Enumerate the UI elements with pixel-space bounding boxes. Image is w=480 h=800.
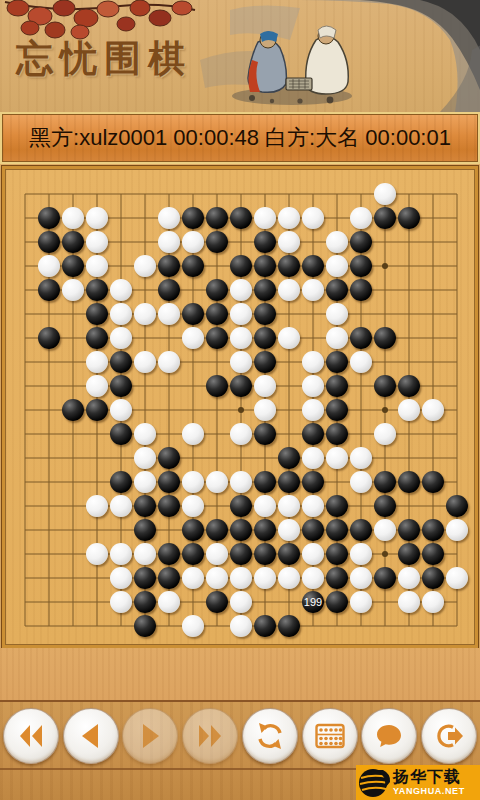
white-stone xyxy=(134,471,156,493)
black-stone xyxy=(254,351,276,373)
white-stone xyxy=(302,447,324,469)
white-stone xyxy=(446,567,468,589)
black-stone xyxy=(374,327,396,349)
white-stone xyxy=(110,279,132,301)
black-stone xyxy=(62,231,84,253)
white-stone xyxy=(422,399,444,421)
black-stone xyxy=(422,567,444,589)
black-stone xyxy=(326,567,348,589)
white-stone xyxy=(302,543,324,565)
white-stone xyxy=(182,471,204,493)
black-stone xyxy=(422,471,444,493)
white-stone xyxy=(86,231,108,253)
app-title: 忘忧围棋 xyxy=(16,34,192,84)
black-stone xyxy=(398,207,420,229)
white-stone xyxy=(302,207,324,229)
white-stone xyxy=(86,543,108,565)
white-stone xyxy=(110,399,132,421)
black-stone xyxy=(206,519,228,541)
black-stone xyxy=(134,567,156,589)
white-stone xyxy=(278,567,300,589)
white-stone xyxy=(350,591,372,613)
black-stone xyxy=(158,279,180,301)
white-stone xyxy=(278,519,300,541)
white-stone xyxy=(278,207,300,229)
white-stone xyxy=(230,423,252,445)
header-banner: 忘忧围棋 xyxy=(0,0,480,112)
white-stone xyxy=(350,471,372,493)
white-stone xyxy=(230,279,252,301)
black-stone xyxy=(278,471,300,493)
black-stone xyxy=(206,303,228,325)
lower-wood-strip xyxy=(0,648,480,700)
white-stone xyxy=(302,375,324,397)
white-stone xyxy=(134,303,156,325)
white-stone xyxy=(206,567,228,589)
white-stone xyxy=(254,495,276,517)
exit-button[interactable] xyxy=(421,708,477,764)
white-stone xyxy=(374,183,396,205)
black-stone xyxy=(446,495,468,517)
white-stone xyxy=(278,231,300,253)
left-triangle-icon xyxy=(76,721,106,751)
black-stone xyxy=(38,279,60,301)
white-stone xyxy=(62,279,84,301)
black-stone xyxy=(278,255,300,277)
white-stone xyxy=(230,567,252,589)
black-stone xyxy=(86,279,108,301)
black-stone xyxy=(350,231,372,253)
white-stone xyxy=(86,351,108,373)
black-stone xyxy=(158,447,180,469)
white-stone xyxy=(158,207,180,229)
black-stone xyxy=(374,567,396,589)
black-stone xyxy=(326,519,348,541)
black-stone xyxy=(302,423,324,445)
white-stone xyxy=(326,447,348,469)
black-stone xyxy=(62,399,84,421)
white-stone xyxy=(134,543,156,565)
forward-to-end-button xyxy=(182,708,238,764)
black-stone xyxy=(134,615,156,637)
black-stone xyxy=(38,327,60,349)
white-stone xyxy=(302,567,324,589)
white-stone xyxy=(326,255,348,277)
black-stone xyxy=(374,471,396,493)
speech-bubble-icon xyxy=(374,721,404,751)
white-stone xyxy=(326,327,348,349)
black-stone xyxy=(158,543,180,565)
black-stone xyxy=(206,279,228,301)
black-stone xyxy=(326,399,348,421)
black-stone xyxy=(326,351,348,373)
black-stone xyxy=(254,615,276,637)
black-stone xyxy=(254,255,276,277)
white-stone xyxy=(86,495,108,517)
white-stone xyxy=(110,495,132,517)
white-stone xyxy=(278,495,300,517)
black-stone xyxy=(182,519,204,541)
black-stone xyxy=(374,375,396,397)
white-stone xyxy=(182,495,204,517)
black-stone xyxy=(86,303,108,325)
white-stone xyxy=(350,447,372,469)
status-text: 黑方:xulz0001 00:00:48 白方:大名 00:00:01 xyxy=(29,123,451,153)
black-stone xyxy=(254,543,276,565)
black-stone xyxy=(230,543,252,565)
black-stone xyxy=(182,303,204,325)
black-stone xyxy=(206,207,228,229)
white-stone xyxy=(206,543,228,565)
black-stone xyxy=(326,495,348,517)
white-stone xyxy=(254,399,276,421)
white-stone xyxy=(350,567,372,589)
black-stone xyxy=(110,423,132,445)
white-stone xyxy=(230,351,252,373)
black-stone xyxy=(134,591,156,613)
black-stone xyxy=(422,543,444,565)
black-stone xyxy=(254,423,276,445)
white-stone xyxy=(302,399,324,421)
black-stone xyxy=(278,447,300,469)
white-stone xyxy=(446,519,468,541)
white-stone xyxy=(206,471,228,493)
black-stone xyxy=(326,423,348,445)
black-stone xyxy=(398,543,420,565)
white-stone xyxy=(182,327,204,349)
last-move-label: 199 xyxy=(302,591,324,613)
black-stone xyxy=(86,327,108,349)
white-stone xyxy=(158,591,180,613)
black-stone: 199 xyxy=(302,591,324,613)
black-stone xyxy=(374,207,396,229)
white-stone xyxy=(350,351,372,373)
black-stone xyxy=(350,519,372,541)
white-stone xyxy=(134,447,156,469)
black-stone xyxy=(158,255,180,277)
white-stone xyxy=(86,255,108,277)
black-stone xyxy=(350,255,372,277)
black-stone xyxy=(398,375,420,397)
toolbar-buttons xyxy=(0,708,480,766)
white-stone xyxy=(182,567,204,589)
white-stone xyxy=(110,327,132,349)
white-stone xyxy=(278,279,300,301)
white-stone xyxy=(398,399,420,421)
black-stone xyxy=(254,279,276,301)
white-stone xyxy=(182,423,204,445)
black-stone xyxy=(182,543,204,565)
white-stone xyxy=(374,519,396,541)
black-stone xyxy=(302,255,324,277)
watermark-subtitle: YANGHUA.NET xyxy=(393,787,465,796)
white-stone xyxy=(422,591,444,613)
white-stone xyxy=(86,207,108,229)
black-stone xyxy=(110,375,132,397)
black-stone xyxy=(182,207,204,229)
abacus-icon xyxy=(315,721,345,751)
black-stone xyxy=(254,327,276,349)
black-stone xyxy=(134,519,156,541)
black-stone xyxy=(182,255,204,277)
black-stone xyxy=(230,375,252,397)
black-stone xyxy=(254,471,276,493)
refresh-button[interactable] xyxy=(242,708,298,764)
white-stone xyxy=(134,351,156,373)
black-stone xyxy=(110,351,132,373)
black-stone xyxy=(254,519,276,541)
white-stone xyxy=(350,207,372,229)
white-stone xyxy=(158,351,180,373)
black-stone xyxy=(230,495,252,517)
black-stone xyxy=(398,519,420,541)
white-stone xyxy=(230,615,252,637)
black-stone xyxy=(278,543,300,565)
white-stone xyxy=(398,591,420,613)
white-stone xyxy=(134,423,156,445)
white-stone xyxy=(350,543,372,565)
black-stone xyxy=(302,519,324,541)
white-stone xyxy=(326,231,348,253)
black-stone xyxy=(398,471,420,493)
black-stone xyxy=(350,279,372,301)
black-stone xyxy=(158,495,180,517)
double-right-triangles-icon xyxy=(195,721,225,751)
white-stone xyxy=(230,303,252,325)
black-stone xyxy=(230,207,252,229)
black-stone xyxy=(38,207,60,229)
status-bar: 黑方:xulz0001 00:00:48 白方:大名 00:00:01 xyxy=(0,112,480,164)
rewind-to-start-button[interactable] xyxy=(3,708,59,764)
circular-arrows-icon xyxy=(255,721,285,751)
black-stone xyxy=(110,471,132,493)
white-stone xyxy=(38,255,60,277)
step-back-button[interactable] xyxy=(63,708,119,764)
white-stone xyxy=(326,303,348,325)
black-stone xyxy=(302,471,324,493)
watermark-banner: 扬华下载 YANGHUA.NET xyxy=(356,765,480,800)
logout-arrow-icon xyxy=(434,721,464,751)
black-stone xyxy=(326,591,348,613)
go-players-figures xyxy=(232,26,480,105)
white-stone xyxy=(158,303,180,325)
double-left-triangles-icon xyxy=(16,721,46,751)
white-stone xyxy=(278,327,300,349)
black-stone xyxy=(350,327,372,349)
white-stone xyxy=(398,567,420,589)
watermark-logo-icon xyxy=(357,768,391,798)
white-stone xyxy=(158,231,180,253)
count-score-button[interactable] xyxy=(302,708,358,764)
app-screen: 忘忧围棋 黑方:xulz0001 00:00:48 白方:大名 00:00:01… xyxy=(0,0,480,800)
white-stone xyxy=(110,591,132,613)
right-triangle-icon xyxy=(135,721,165,751)
white-stone xyxy=(182,231,204,253)
white-stone xyxy=(254,375,276,397)
go-board[interactable]: 199 xyxy=(2,166,478,648)
white-stone xyxy=(86,375,108,397)
white-stone xyxy=(110,543,132,565)
black-stone xyxy=(254,231,276,253)
black-stone xyxy=(254,303,276,325)
white-stone xyxy=(302,495,324,517)
black-stone xyxy=(206,591,228,613)
black-stone xyxy=(158,471,180,493)
black-stone xyxy=(230,519,252,541)
white-stone xyxy=(230,471,252,493)
black-stone xyxy=(158,567,180,589)
black-stone xyxy=(326,543,348,565)
black-stone xyxy=(62,255,84,277)
white-stone xyxy=(302,279,324,301)
white-stone xyxy=(254,207,276,229)
white-stone xyxy=(230,327,252,349)
white-stone xyxy=(182,615,204,637)
black-stone xyxy=(134,495,156,517)
watermark-title: 扬华下载 xyxy=(393,769,465,785)
black-stone xyxy=(86,399,108,421)
white-stone xyxy=(302,351,324,373)
white-stone xyxy=(374,423,396,445)
white-stone xyxy=(230,591,252,613)
black-stone xyxy=(422,519,444,541)
black-stone xyxy=(38,231,60,253)
white-stone xyxy=(254,567,276,589)
chat-button[interactable] xyxy=(361,708,417,764)
black-stone xyxy=(326,279,348,301)
black-stone xyxy=(374,495,396,517)
black-stone xyxy=(206,327,228,349)
white-stone xyxy=(110,303,132,325)
white-stone xyxy=(134,255,156,277)
white-stone xyxy=(110,567,132,589)
black-stone xyxy=(230,255,252,277)
step-forward-button xyxy=(122,708,178,764)
black-stone xyxy=(206,231,228,253)
white-stone xyxy=(62,207,84,229)
black-stone xyxy=(326,375,348,397)
black-stone xyxy=(206,375,228,397)
black-stone xyxy=(278,615,300,637)
